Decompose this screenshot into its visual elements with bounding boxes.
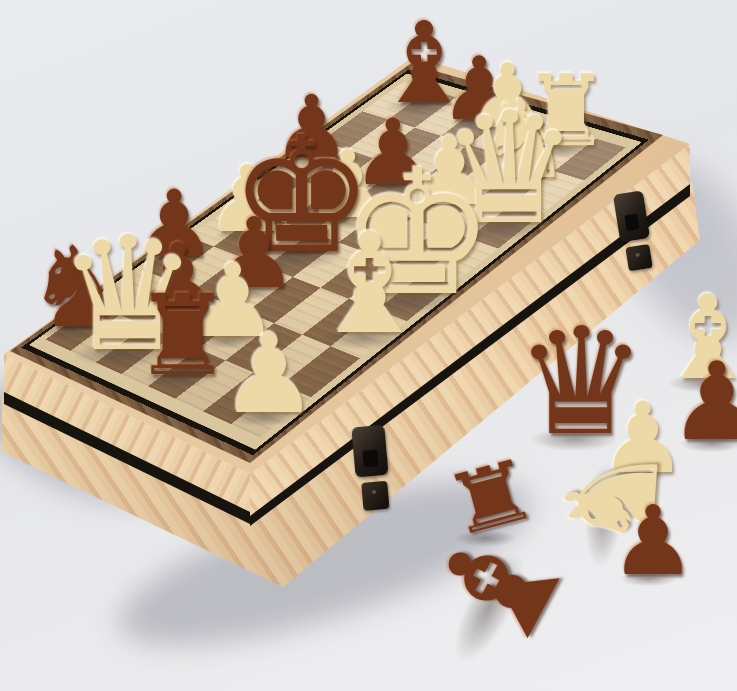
piece-shadow [198,333,259,349]
piece-shadow [477,125,530,139]
loose-piece-light-knight: ♞ [546,437,677,557]
piece-dark-bishop-h7: ♝ [374,7,475,119]
piece-dark-knight-a8: ♞ [26,232,126,344]
piece-shadow [455,530,517,547]
piece-dark-pawn-h5: ♟ [440,46,518,133]
loose-piece-dark-bishop: ♝ [404,493,593,676]
piece-light-rook-h2: ♜ [522,62,611,161]
loose-piece-dark-pawn: ♟ [610,493,696,589]
loose-piece-light-bishop: ♝ [656,280,737,396]
piece-shadow [231,409,297,427]
piece-light-knight-g2: ♞ [475,87,573,196]
chess-set-photo: ♞♟♟♟♝♛♟♟♚♟♟♟♜♟♟♟♞♜♟♝♚♛♛♝♟♟♜♞♝♟ [0,0,737,691]
piece-light-pawn-f3: ♟ [408,124,493,218]
piece-shadow [321,327,404,349]
piece-shadow [620,571,678,586]
piece-dark-pawn-c8: ♟ [133,178,216,270]
piece-dark-pawn-f8: ♟ [273,84,351,171]
piece-shadow [668,374,737,393]
piece-light-pawn-h4: ♟ [468,53,548,142]
piece-light-pawn-a1: ♟ [220,320,318,430]
piece-dark-pawn-f5: ♟ [352,107,434,198]
loose-piece-dark-pawn: ♟ [669,348,737,456]
piece-light-king-d1: ♚ [340,148,495,320]
piece-shadow [417,200,474,215]
piece-dark-king-d5: ♚ [230,115,374,275]
piece-shadow [142,253,197,268]
piece-shadow [486,175,551,192]
piece-dark-pawn-b6: ♟ [134,230,222,328]
loose-piece-light-pawn: ♟ [599,389,687,487]
piece-light-queen-a6: ♛ [57,215,199,373]
piece-shadow [281,154,333,168]
piece-shadow [449,117,501,131]
piece-light-bishop-c1: ♝ [307,215,432,354]
piece-shadow [220,285,278,301]
piece-light-pawn-b4: ♟ [187,250,278,351]
piece-dark-pawn-c5: ♟ [210,206,297,303]
piece-shadow [37,322,104,340]
piece-shadow [581,462,625,570]
piece-shadow [215,229,270,244]
piece-shadow [246,244,342,270]
loose-piece-dark-rook: ♜ [435,445,547,549]
piece-shadow [361,181,416,196]
piece-shadow [532,142,591,158]
piece-shadow [144,310,203,326]
pieces-layer: ♞♟♟♟♝♛♟♟♚♟♟♟♜♟♟♟♞♜♟♝♚♛♛♝♟♟♜♞♝♟ [0,0,737,691]
piece-shadow [609,468,668,484]
piece-dark-rook-a4: ♜ [133,280,233,391]
piece-shadow [529,427,618,451]
piece-shadow [144,370,211,388]
piece-shadow [441,542,537,671]
piece-light-pawn-d7: ♟ [206,154,288,246]
piece-light-pawn-e5: ♟ [306,139,390,232]
piece-shadow [456,215,549,240]
piece-shadow [358,287,461,315]
piece-shadow [73,342,168,367]
piece-shadow [315,215,371,230]
piece-shadow [385,98,452,116]
piece-light-queen-f1: ♛ [440,91,578,245]
piece-shadow [679,435,737,452]
loose-piece-dark-queen: ♛ [515,308,648,456]
